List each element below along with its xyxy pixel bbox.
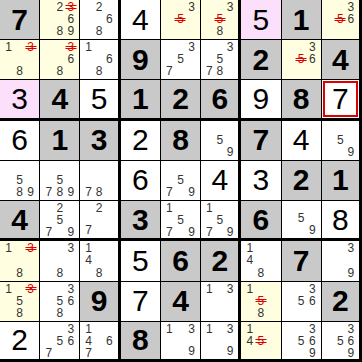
candidate-9: 9 [346, 266, 356, 278]
given-digit: 9 [132, 45, 149, 75]
candidate-grid: 356 [282, 40, 321, 79]
cell-r6c3[interactable]: 27 [80, 201, 120, 241]
candidate-3: 3 [346, 323, 356, 335]
candidate-grid: 38 [40, 241, 79, 280]
cell-r7c9[interactable]: 39 [322, 241, 362, 281]
given-digit: 2 [293, 165, 310, 195]
candidate-6: 6 [65, 295, 76, 307]
cell-r6c6[interactable]: 1579 [201, 201, 241, 241]
candidate-5: 5 [54, 295, 65, 307]
candidate-grid: 358 [201, 0, 238, 39]
candidate-grid: 168 [80, 40, 117, 79]
given-digit: 2 [253, 45, 270, 75]
candidate-6: 6 [307, 295, 318, 307]
cell-r4c7[interactable]: 7 [241, 121, 281, 161]
cell-r2c2[interactable]: 368 [40, 40, 80, 80]
cell-r5c1[interactable]: 589 [0, 161, 40, 201]
candidate-grid: 59 [201, 121, 238, 160]
cell-r7c1[interactable]: 138 [0, 241, 40, 281]
candidate-8: 8 [54, 186, 65, 198]
cell-r3c7[interactable]: 9 [241, 80, 281, 120]
candidate-grid: 2579 [40, 201, 79, 238]
given-digit: 2 [332, 286, 349, 316]
candidate-4: 4 [244, 254, 255, 266]
candidate-9: 9 [186, 226, 197, 238]
cell-r2c5[interactable]: 357 [161, 40, 201, 80]
candidate-1: 1 [3, 41, 14, 53]
candidate-8: 8 [94, 266, 104, 278]
candidate-grid: 1467 [80, 322, 117, 359]
candidate-2: 2 [54, 1, 65, 13]
cell-r9c4[interactable]: 8 [121, 322, 161, 362]
candidate-7: 7 [204, 226, 214, 238]
cell-r5c6[interactable]: 4 [201, 161, 241, 201]
cell-r1c6[interactable]: 358 [201, 0, 241, 40]
cell-r3c3[interactable]: 5 [80, 80, 120, 120]
solved-digit: 6 [132, 165, 149, 195]
candidate-3: 3 [346, 242, 356, 254]
cell-r1c2[interactable]: 23689 [40, 0, 80, 40]
given-digit: 4 [11, 205, 28, 235]
cell-r3c9[interactable]: 7 [322, 80, 362, 120]
cell-r4c5[interactable]: 8 [161, 121, 201, 161]
cell-r7c3[interactable]: 148 [80, 241, 120, 281]
candidate-3: 3 [225, 323, 235, 335]
candidate-grid: 59 [322, 121, 359, 160]
candidate-grid: 148 [80, 241, 117, 280]
candidate-grid: 78 [80, 161, 117, 200]
cell-r6c7[interactable]: 6 [241, 201, 281, 241]
candidate-3: 3 [65, 323, 76, 335]
candidate-grid: 368 [40, 40, 79, 79]
candidate-5-eliminated: 5 [335, 13, 345, 25]
candidate-3: 3 [307, 283, 318, 295]
candidate-1: 1 [3, 242, 14, 254]
candidate-1: 1 [204, 283, 214, 295]
candidate-1: 1 [244, 283, 255, 295]
sudoku-board: 7236892684353585135613836816893573578235… [0, 0, 362, 362]
candidate-3-eliminated: 3 [25, 41, 36, 53]
given-digit: 2 [172, 84, 189, 114]
cell-r1c8[interactable]: 1 [282, 0, 322, 40]
solved-digit: 4 [293, 125, 310, 155]
given-digit: 4 [51, 84, 68, 114]
given-digit: 3 [132, 205, 149, 235]
cell-r9c5[interactable]: 139 [161, 322, 201, 362]
candidate-6: 6 [346, 335, 356, 347]
candidate-3-eliminated: 3 [25, 283, 36, 295]
cell-r8c8[interactable]: 356 [282, 282, 322, 322]
candidate-9: 9 [307, 224, 318, 236]
solved-digit: 8 [332, 205, 349, 235]
cell-r3c2[interactable]: 4 [40, 80, 80, 120]
candidate-5-eliminated: 5 [255, 335, 266, 347]
candidate-3: 3 [65, 242, 76, 254]
candidate-grid: 59 [282, 201, 321, 238]
candidate-grid: 23689 [40, 0, 79, 39]
candidate-3: 3 [186, 1, 197, 13]
candidate-8: 8 [14, 307, 25, 319]
cell-r8c3[interactable]: 9 [80, 282, 120, 322]
candidate-6: 6 [307, 53, 318, 65]
cell-r5c3[interactable]: 78 [80, 161, 120, 201]
candidate-6: 6 [307, 335, 318, 347]
candidate-5: 5 [54, 335, 65, 347]
candidate-7: 7 [43, 186, 54, 198]
candidate-1: 1 [204, 202, 214, 214]
cell-r9c2[interactable]: 3567 [40, 322, 80, 362]
candidate-9: 9 [65, 25, 76, 37]
solved-digit: 2 [11, 325, 28, 355]
given-digit: 9 [91, 286, 108, 316]
cell-r5c8[interactable]: 2 [282, 161, 322, 201]
candidate-grid: 3578 [201, 40, 238, 79]
candidate-5: 5 [175, 53, 186, 65]
candidate-1: 1 [83, 41, 93, 53]
candidate-6: 6 [104, 335, 114, 347]
candidate-1: 1 [3, 283, 14, 295]
cell-r7c5[interactable]: 6 [161, 241, 201, 281]
candidate-5: 5 [14, 295, 25, 307]
candidate-7: 7 [43, 226, 54, 238]
candidate-grid: 158 [241, 282, 280, 321]
cell-r7c4[interactable]: 5 [121, 241, 161, 281]
candidate-7: 7 [164, 65, 175, 77]
candidate-1: 1 [244, 323, 255, 335]
solved-digit: 2 [132, 125, 149, 155]
given-digit: 1 [332, 165, 349, 195]
candidate-9: 9 [25, 186, 36, 198]
candidate-grid: 579 [161, 161, 200, 200]
given-digit: 8 [132, 325, 149, 355]
cell-r4c2[interactable]: 1 [40, 121, 80, 161]
candidate-8: 8 [54, 266, 65, 278]
candidate-5: 5 [296, 335, 307, 347]
candidate-8: 8 [14, 186, 25, 198]
cell-r6c1[interactable]: 4 [0, 201, 40, 241]
given-digit: 7 [253, 125, 270, 155]
given-digit: 6 [211, 84, 228, 114]
cell-r7c6[interactable]: 2 [201, 241, 241, 281]
candidate-7: 7 [204, 65, 214, 77]
candidate-9: 9 [225, 226, 235, 238]
candidate-7: 7 [164, 226, 175, 238]
candidate-8: 8 [94, 186, 104, 198]
candidate-8: 8 [54, 307, 65, 319]
candidate-9: 9 [346, 146, 356, 158]
candidate-6: 6 [346, 13, 356, 25]
candidate-8: 8 [14, 65, 25, 77]
candidate-7: 7 [83, 224, 93, 236]
cell-r9c7[interactable]: 145 [241, 322, 281, 362]
candidate-5-eliminated: 5 [175, 13, 186, 25]
solved-digit: 3 [11, 84, 28, 114]
given-digit: 1 [132, 84, 149, 114]
candidate-7: 7 [43, 347, 54, 359]
candidate-grid: 1579 [161, 201, 200, 238]
cell-r1c1[interactable]: 7 [0, 0, 40, 40]
candidate-grid: 3569 [322, 322, 359, 359]
cell-r8c7[interactable]: 158 [241, 282, 281, 322]
candidate-3: 3 [225, 283, 235, 295]
candidate-5: 5 [215, 214, 225, 226]
cell-r5c9[interactable]: 1 [322, 161, 362, 201]
candidate-3: 3 [225, 1, 235, 13]
cell-r5c4[interactable]: 6 [121, 161, 161, 201]
candidate-9: 9 [225, 345, 235, 357]
candidate-6: 6 [104, 13, 114, 25]
candidate-3: 3 [65, 283, 76, 295]
solved-digit: 5 [132, 246, 149, 276]
given-digit: 4 [172, 286, 189, 316]
solved-digit: 5 [253, 5, 270, 35]
cell-r1c7[interactable]: 5 [241, 0, 281, 40]
candidate-9: 9 [186, 186, 197, 198]
candidate-7: 7 [83, 186, 93, 198]
cell-r9c1[interactable]: 2 [0, 322, 40, 362]
candidate-8: 8 [255, 266, 266, 278]
candidate-grid: 1358 [0, 282, 39, 321]
cell-r5c7[interactable]: 3 [241, 161, 281, 201]
cell-r3c8[interactable]: 8 [282, 80, 322, 120]
candidate-1: 1 [204, 323, 214, 335]
candidate-6: 6 [65, 53, 76, 65]
cell-r2c9[interactable]: 4 [322, 40, 362, 80]
solved-digit: 3 [253, 165, 270, 195]
candidate-grid: 138 [0, 40, 39, 79]
cell-r9c3[interactable]: 1467 [80, 322, 120, 362]
candidate-5: 5 [215, 134, 225, 146]
cell-r4c4[interactable]: 2 [121, 121, 161, 161]
candidate-2: 2 [94, 1, 104, 13]
candidate-8: 8 [255, 307, 266, 319]
candidate-4: 4 [83, 335, 93, 347]
candidate-3-eliminated: 3 [25, 242, 36, 254]
given-digit: 6 [172, 246, 189, 276]
solved-digit: 4 [211, 165, 228, 195]
cell-r5c2[interactable]: 5789 [40, 161, 80, 201]
candidate-9: 9 [65, 186, 76, 198]
candidate-8: 8 [14, 266, 25, 278]
candidate-5-eliminated: 5 [255, 295, 266, 307]
cell-r6c9[interactable]: 8 [322, 201, 362, 241]
cell-r6c2[interactable]: 2579 [40, 201, 80, 241]
cell-r5c5[interactable]: 579 [161, 161, 201, 201]
cell-r1c9[interactable]: 356 [322, 0, 362, 40]
candidate-5: 5 [335, 335, 345, 347]
candidate-grid: 39 [322, 241, 359, 280]
solved-digit: 7 [332, 84, 349, 114]
cell-r7c7[interactable]: 148 [241, 241, 281, 281]
candidate-grid: 145 [241, 322, 280, 359]
candidate-9: 9 [225, 146, 235, 158]
candidate-grid: 139 [201, 322, 238, 359]
cell-r2c1[interactable]: 138 [0, 40, 40, 80]
solved-digit: 6 [11, 125, 28, 155]
candidate-9: 9 [307, 347, 318, 359]
cell-r6c4[interactable]: 3 [121, 201, 161, 241]
given-digit: 3 [91, 125, 108, 155]
cell-r3c4[interactable]: 1 [121, 80, 161, 120]
given-digit: 1 [293, 5, 310, 35]
candidate-grid: 1579 [201, 201, 238, 238]
candidate-7: 7 [164, 186, 175, 198]
candidate-9: 9 [186, 345, 197, 357]
given-digit: 8 [172, 125, 189, 155]
cell-r1c3[interactable]: 268 [80, 0, 120, 40]
cell-r8c6[interactable]: 13 [201, 282, 241, 322]
given-digit: 7 [11, 5, 28, 35]
solved-digit: 4 [132, 5, 149, 35]
cell-r6c5[interactable]: 1579 [161, 201, 201, 241]
candidate-8: 8 [215, 25, 225, 37]
candidate-8: 8 [215, 65, 225, 77]
candidate-6: 6 [104, 53, 114, 65]
cell-r8c1[interactable]: 1358 [0, 282, 40, 322]
candidate-grid: 5789 [40, 161, 79, 200]
candidate-5-eliminated: 5 [296, 53, 307, 65]
candidate-grid: 139 [161, 322, 200, 359]
cell-r1c5[interactable]: 35 [161, 0, 201, 40]
cell-r8c4[interactable]: 7 [121, 282, 161, 322]
cell-r2c7[interactable]: 2 [241, 40, 281, 80]
candidate-grid: 138 [0, 241, 39, 280]
cell-r7c8[interactable]: 7 [282, 241, 322, 281]
given-digit: 6 [253, 205, 270, 235]
candidate-grid: 356 [282, 282, 321, 321]
candidate-8: 8 [94, 25, 104, 37]
candidate-grid: 35 [161, 0, 200, 39]
candidate-5: 5 [296, 295, 307, 307]
candidate-grid: 27 [80, 201, 117, 238]
candidate-grid: 589 [0, 161, 39, 200]
cell-r8c2[interactable]: 3568 [40, 282, 80, 322]
candidate-5: 5 [54, 214, 65, 226]
candidate-5: 5 [175, 214, 186, 226]
candidate-9: 9 [65, 226, 76, 238]
candidate-grid: 356 [322, 0, 359, 39]
cell-r2c4[interactable]: 9 [121, 40, 161, 80]
solved-digit: 9 [253, 84, 270, 114]
candidate-8: 8 [94, 65, 104, 77]
given-digit: 7 [293, 246, 310, 276]
candidate-grid: 3567 [40, 322, 79, 359]
candidate-1: 1 [164, 202, 175, 214]
candidate-6: 6 [65, 335, 76, 347]
cell-r8c9[interactable]: 2 [322, 282, 362, 322]
given-digit: 2 [211, 246, 228, 276]
solved-digit: 5 [91, 84, 108, 114]
candidate-7: 7 [83, 347, 93, 359]
cell-r2c6[interactable]: 3578 [201, 40, 241, 80]
cell-r4c3[interactable]: 3 [80, 121, 120, 161]
candidate-8: 8 [54, 65, 65, 77]
cell-r9c9[interactable]: 3569 [322, 322, 362, 362]
candidate-3: 3 [225, 41, 235, 53]
cell-r4c9[interactable]: 59 [322, 121, 362, 161]
cell-r4c1[interactable]: 6 [0, 121, 40, 161]
cell-r8c5[interactable]: 4 [161, 282, 201, 322]
cell-r2c8[interactable]: 356 [282, 40, 322, 80]
candidate-4: 4 [244, 335, 255, 347]
candidate-8: 8 [54, 25, 65, 37]
candidate-grid: 13 [201, 282, 238, 321]
cell-r4c6[interactable]: 59 [201, 121, 241, 161]
candidate-grid: 3569 [282, 322, 321, 359]
candidate-5: 5 [335, 134, 345, 146]
candidate-5: 5 [175, 174, 186, 186]
candidate-3: 3 [186, 323, 197, 335]
candidate-1: 1 [83, 323, 93, 335]
solved-digit: 7 [132, 286, 149, 316]
candidate-grid: 3568 [40, 282, 79, 321]
cell-r3c1[interactable]: 3 [0, 80, 40, 120]
candidate-4: 4 [83, 254, 93, 266]
cell-r2c3[interactable]: 168 [80, 40, 120, 80]
cell-r9c6[interactable]: 139 [201, 322, 241, 362]
cell-r6c8[interactable]: 59 [282, 201, 322, 241]
candidate-5: 5 [296, 212, 307, 224]
cell-r9c8[interactable]: 3569 [282, 322, 322, 362]
given-digit: 1 [51, 125, 68, 155]
candidate-grid: 268 [80, 0, 117, 39]
candidate-grid: 148 [241, 241, 280, 280]
candidate-grid: 357 [161, 40, 200, 79]
cell-r7c2[interactable]: 38 [40, 241, 80, 281]
cell-r3c5[interactable]: 2 [161, 80, 201, 120]
cell-r4c8[interactable]: 4 [282, 121, 322, 161]
candidate-1: 1 [164, 323, 175, 335]
given-digit: 4 [332, 45, 349, 75]
candidate-9: 9 [346, 347, 356, 359]
cell-r3c6[interactable]: 6 [201, 80, 241, 120]
candidate-3: 3 [307, 323, 318, 335]
cell-r1c4[interactable]: 4 [121, 0, 161, 40]
candidate-3: 3 [186, 41, 197, 53]
given-digit: 8 [293, 84, 310, 114]
candidate-2: 2 [94, 202, 104, 214]
